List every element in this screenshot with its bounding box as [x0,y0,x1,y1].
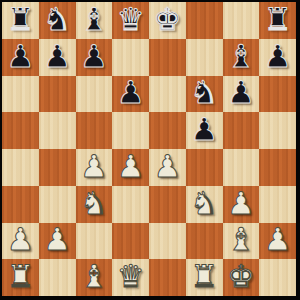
square-c3[interactable]: ♞ [76,186,113,223]
square-e7[interactable] [149,39,186,76]
square-c5[interactable] [76,112,113,149]
square-e3[interactable] [149,186,186,223]
square-g1[interactable]: ♚ [223,259,260,296]
square-d5[interactable] [112,112,149,149]
square-g8[interactable] [223,2,260,39]
piece-black-rook: ♜ [6,4,34,35]
piece-white-pawn: ♟ [227,188,255,219]
square-b7[interactable]: ♟ [39,39,76,76]
square-e8[interactable]: ♚ [149,2,186,39]
square-f6[interactable]: ♞ [186,76,223,113]
square-h5[interactable] [259,112,296,149]
square-c7[interactable]: ♟ [76,39,113,76]
square-e6[interactable] [149,76,186,113]
piece-black-knight: ♞ [43,4,71,35]
square-e1[interactable] [149,259,186,296]
piece-white-rook: ♜ [190,261,218,292]
piece-white-pawn: ♟ [153,151,181,182]
square-h6[interactable] [259,76,296,113]
piece-white-pawn: ♟ [264,224,292,255]
square-d8[interactable]: ♛ [112,2,149,39]
piece-black-pawn: ♟ [117,77,145,108]
square-g5[interactable] [223,112,260,149]
square-a7[interactable]: ♟ [2,39,39,76]
square-b3[interactable] [39,186,76,223]
square-h3[interactable] [259,186,296,223]
square-g2[interactable]: ♝ [223,223,260,260]
square-c4[interactable]: ♟ [76,149,113,186]
piece-white-queen: ♛ [117,261,145,292]
piece-black-pawn: ♟ [80,41,108,72]
square-h2[interactable]: ♟ [259,223,296,260]
piece-black-king: ♚ [153,4,181,35]
square-b4[interactable] [39,149,76,186]
piece-white-knight: ♞ [80,188,108,219]
piece-black-pawn: ♟ [264,41,292,72]
piece-white-king: ♚ [227,261,255,292]
piece-white-bishop: ♝ [227,224,255,255]
square-b2[interactable]: ♟ [39,223,76,260]
piece-white-rook: ♜ [6,261,34,292]
square-a5[interactable] [2,112,39,149]
square-a4[interactable] [2,149,39,186]
square-h8[interactable]: ♜ [259,2,296,39]
square-d7[interactable] [112,39,149,76]
piece-white-pawn: ♟ [6,224,34,255]
square-d6[interactable]: ♟ [112,76,149,113]
piece-black-queen: ♛ [117,4,145,35]
square-f8[interactable] [186,2,223,39]
square-h7[interactable]: ♟ [259,39,296,76]
piece-white-pawn: ♟ [117,151,145,182]
square-g6[interactable]: ♟ [223,76,260,113]
square-b1[interactable] [39,259,76,296]
square-c2[interactable] [76,223,113,260]
square-e4[interactable]: ♟ [149,149,186,186]
piece-white-pawn: ♟ [80,151,108,182]
square-b5[interactable] [39,112,76,149]
square-a8[interactable]: ♜ [2,2,39,39]
square-a3[interactable] [2,186,39,223]
square-f4[interactable] [186,149,223,186]
square-a6[interactable] [2,76,39,113]
piece-black-pawn: ♟ [6,41,34,72]
piece-black-pawn: ♟ [227,77,255,108]
square-c1[interactable]: ♝ [76,259,113,296]
square-b8[interactable]: ♞ [39,2,76,39]
square-h4[interactable] [259,149,296,186]
square-f1[interactable]: ♜ [186,259,223,296]
square-d3[interactable] [112,186,149,223]
piece-black-rook: ♜ [264,4,292,35]
piece-black-pawn: ♟ [43,41,71,72]
square-e5[interactable] [149,112,186,149]
piece-black-bishop: ♝ [227,41,255,72]
square-f7[interactable] [186,39,223,76]
square-f3[interactable]: ♞ [186,186,223,223]
square-b6[interactable] [39,76,76,113]
square-g7[interactable]: ♝ [223,39,260,76]
board-frame: ♜♞♝♛♚♜♟♟♟♝♟♟♞♟♟♟♟♟♞♞♟♟♟♝♟♜♝♛♜♚ [0,0,300,300]
piece-white-knight: ♞ [190,188,218,219]
piece-black-pawn: ♟ [190,114,218,145]
square-g4[interactable] [223,149,260,186]
square-c8[interactable]: ♝ [76,2,113,39]
piece-black-knight: ♞ [190,77,218,108]
square-d4[interactable]: ♟ [112,149,149,186]
piece-white-bishop: ♝ [80,261,108,292]
piece-black-bishop: ♝ [80,4,108,35]
piece-white-pawn: ♟ [43,224,71,255]
square-c6[interactable] [76,76,113,113]
square-a2[interactable]: ♟ [2,223,39,260]
square-f5[interactable]: ♟ [186,112,223,149]
chess-board: ♜♞♝♛♚♜♟♟♟♝♟♟♞♟♟♟♟♟♞♞♟♟♟♝♟♜♝♛♜♚ [2,2,296,296]
square-h1[interactable] [259,259,296,296]
square-a1[interactable]: ♜ [2,259,39,296]
square-d1[interactable]: ♛ [112,259,149,296]
square-d2[interactable] [112,223,149,260]
square-e2[interactable] [149,223,186,260]
square-f2[interactable] [186,223,223,260]
square-g3[interactable]: ♟ [223,186,260,223]
